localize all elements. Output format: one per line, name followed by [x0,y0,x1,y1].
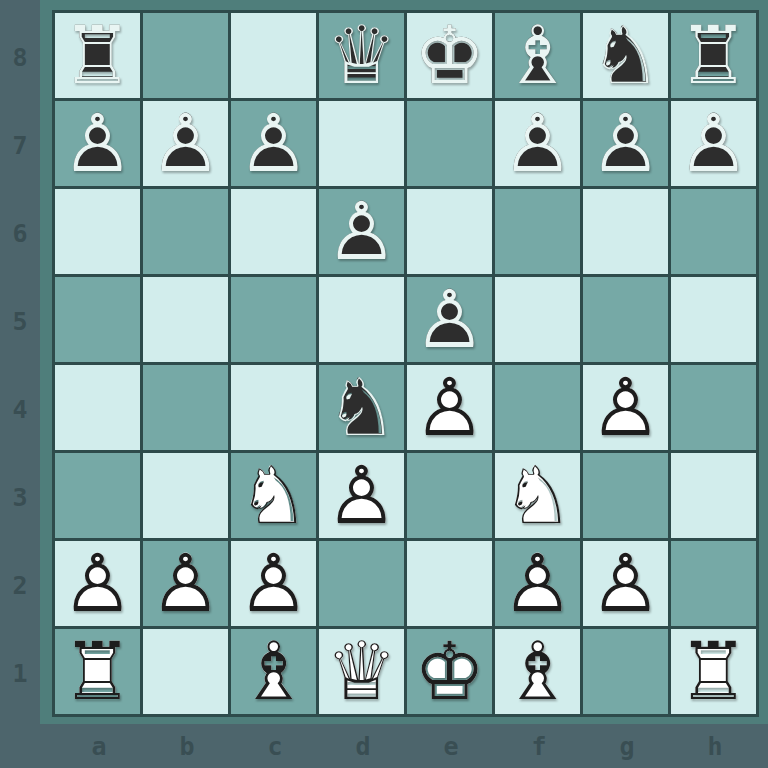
square-e6[interactable] [407,189,492,274]
square-d5[interactable] [319,277,404,362]
square-h6[interactable] [671,189,756,274]
square-h4[interactable] [671,365,756,450]
square-d1[interactable]: ♛♕ [319,629,404,714]
rank-label-1: 1 [12,659,27,688]
square-e3[interactable] [407,453,492,538]
white-pawn-outline: ♙ [583,365,668,450]
black-pawn-outline: ♙ [671,101,756,186]
file-label-b: b [179,732,194,761]
square-f4[interactable] [495,365,580,450]
white-pawn-outline: ♙ [495,541,580,626]
white-pawn-outline: ♙ [407,365,492,450]
white-pawn[interactable]: ♟♙ [495,541,580,626]
square-f1[interactable]: ♝♗ [495,629,580,714]
square-g1[interactable] [583,629,668,714]
square-g3[interactable] [583,453,668,538]
black-pawn[interactable]: ♟♙ [583,101,668,186]
square-d4[interactable]: ♞♘ [319,365,404,450]
black-pawn[interactable]: ♟♙ [55,101,140,186]
black-queen-outline: ♕ [319,13,404,98]
square-f2[interactable]: ♟♙ [495,541,580,626]
black-knight[interactable]: ♞♘ [583,13,668,98]
black-king-outline: ♔ [407,13,492,98]
white-pawn-outline: ♙ [583,541,668,626]
square-f5[interactable] [495,277,580,362]
square-e1[interactable]: ♚♔ [407,629,492,714]
square-a7[interactable]: ♟♙ [55,101,140,186]
black-pawn[interactable]: ♟♙ [407,277,492,362]
white-king[interactable]: ♚♔ [407,629,492,714]
square-f3[interactable]: ♞♘ [495,453,580,538]
rank-label-6: 6 [12,219,27,248]
black-pawn-outline: ♙ [407,277,492,362]
square-b4[interactable] [143,365,228,450]
white-bishop-outline: ♗ [231,629,316,714]
black-rook[interactable]: ♜♖ [55,13,140,98]
white-pawn-outline: ♙ [231,541,316,626]
white-pawn[interactable]: ♟♙ [55,541,140,626]
square-a3[interactable] [55,453,140,538]
black-bishop-outline: ♗ [495,13,580,98]
rank-label-8: 8 [12,43,27,72]
square-b8[interactable] [143,13,228,98]
black-pawn[interactable]: ♟♙ [143,101,228,186]
square-f6[interactable] [495,189,580,274]
square-c3[interactable]: ♞♘ [231,453,316,538]
square-c7[interactable]: ♟♙ [231,101,316,186]
white-pawn-outline: ♙ [55,541,140,626]
square-d8[interactable]: ♛♕ [319,13,404,98]
square-b1[interactable] [143,629,228,714]
black-rook-outline: ♖ [671,13,756,98]
square-g8[interactable]: ♞♘ [583,13,668,98]
white-bishop-outline: ♗ [495,629,580,714]
square-h2[interactable] [671,541,756,626]
white-queen[interactable]: ♛♕ [319,629,404,714]
rank-label-2: 2 [12,571,27,600]
black-rook-outline: ♖ [55,13,140,98]
rank-label-7: 7 [12,131,27,160]
square-h8[interactable]: ♜♖ [671,13,756,98]
square-b6[interactable] [143,189,228,274]
white-knight-outline: ♘ [495,453,580,538]
square-e7[interactable] [407,101,492,186]
black-knight-outline: ♘ [319,365,404,450]
square-e2[interactable] [407,541,492,626]
square-e4[interactable]: ♟♙ [407,365,492,450]
file-label-f: f [531,732,546,761]
square-g2[interactable]: ♟♙ [583,541,668,626]
square-b5[interactable] [143,277,228,362]
white-pawn[interactable]: ♟♙ [583,541,668,626]
square-e8[interactable]: ♚♔ [407,13,492,98]
white-knight-outline: ♘ [231,453,316,538]
white-king-outline: ♔ [407,629,492,714]
black-pawn-outline: ♙ [495,101,580,186]
black-pawn[interactable]: ♟♙ [319,189,404,274]
rank-label-4: 4 [12,395,27,424]
file-label-e: e [443,732,458,761]
square-g7[interactable]: ♟♙ [583,101,668,186]
file-label-h: h [707,732,722,761]
white-knight[interactable]: ♞♘ [231,453,316,538]
square-d6[interactable]: ♟♙ [319,189,404,274]
black-pawn-outline: ♙ [143,101,228,186]
square-c8[interactable] [231,13,316,98]
square-c5[interactable] [231,277,316,362]
square-c4[interactable] [231,365,316,450]
square-d3[interactable]: ♟♙ [319,453,404,538]
rank-labels: 87654321 [0,13,40,717]
white-rook[interactable]: ♜♖ [55,629,140,714]
black-pawn[interactable]: ♟♙ [671,101,756,186]
square-c2[interactable]: ♟♙ [231,541,316,626]
square-a1[interactable]: ♜♖ [55,629,140,714]
square-h7[interactable]: ♟♙ [671,101,756,186]
white-rook[interactable]: ♜♖ [671,629,756,714]
square-a5[interactable] [55,277,140,362]
white-bishop[interactable]: ♝♗ [231,629,316,714]
file-label-a: a [91,732,106,761]
square-a8[interactable]: ♜♖ [55,13,140,98]
black-rook[interactable]: ♜♖ [671,13,756,98]
square-h3[interactable] [671,453,756,538]
black-king[interactable]: ♚♔ [407,13,492,98]
square-h5[interactable] [671,277,756,362]
square-g6[interactable] [583,189,668,274]
black-knight[interactable]: ♞♘ [319,365,404,450]
square-h1[interactable]: ♜♖ [671,629,756,714]
square-f7[interactable]: ♟♙ [495,101,580,186]
file-label-d: d [355,732,370,761]
white-pawn-outline: ♙ [319,453,404,538]
white-queen-outline: ♕ [319,629,404,714]
square-e5[interactable]: ♟♙ [407,277,492,362]
black-pawn[interactable]: ♟♙ [231,101,316,186]
square-b7[interactable]: ♟♙ [143,101,228,186]
white-knight[interactable]: ♞♘ [495,453,580,538]
white-pawn[interactable]: ♟♙ [407,365,492,450]
black-pawn-outline: ♙ [231,101,316,186]
white-pawn[interactable]: ♟♙ [143,541,228,626]
square-c6[interactable] [231,189,316,274]
square-g5[interactable] [583,277,668,362]
white-rook-outline: ♖ [55,629,140,714]
white-pawn[interactable]: ♟♙ [319,453,404,538]
square-a2[interactable]: ♟♙ [55,541,140,626]
black-knight-outline: ♘ [583,13,668,98]
white-bishop[interactable]: ♝♗ [495,629,580,714]
square-b2[interactable]: ♟♙ [143,541,228,626]
square-a4[interactable] [55,365,140,450]
chess-board: ♜♖♛♕♚♔♝♗♞♘♜♖♟♙♟♙♟♙♟♙♟♙♟♙♟♙♟♙♞♘♟♙♟♙♞♘♟♙♞♘… [52,10,759,717]
white-pawn[interactable]: ♟♙ [583,365,668,450]
rank-label-5: 5 [12,307,27,336]
square-f8[interactable]: ♝♗ [495,13,580,98]
rank-label-3: 3 [12,483,27,512]
square-d2[interactable] [319,541,404,626]
file-labels: abcdefgh [55,724,765,768]
black-pawn-outline: ♙ [55,101,140,186]
black-pawn[interactable]: ♟♙ [495,101,580,186]
white-rook-outline: ♖ [671,629,756,714]
black-bishop[interactable]: ♝♗ [495,13,580,98]
black-pawn-outline: ♙ [583,101,668,186]
square-b3[interactable] [143,453,228,538]
white-pawn-outline: ♙ [143,541,228,626]
black-queen[interactable]: ♛♕ [319,13,404,98]
white-pawn[interactable]: ♟♙ [231,541,316,626]
square-g4[interactable]: ♟♙ [583,365,668,450]
square-c1[interactable]: ♝♗ [231,629,316,714]
file-label-g: g [619,732,634,761]
file-label-c: c [267,732,282,761]
square-d7[interactable] [319,101,404,186]
black-pawn-outline: ♙ [319,189,404,274]
square-a6[interactable] [55,189,140,274]
